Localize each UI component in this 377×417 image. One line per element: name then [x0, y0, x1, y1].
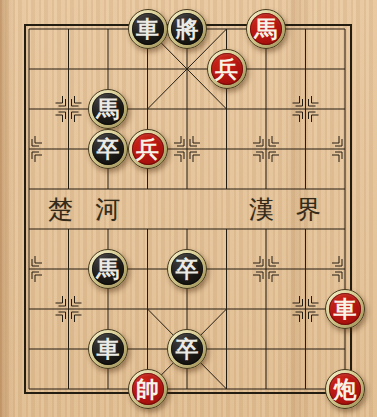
piece-glyph: 車 — [92, 333, 124, 365]
piece-black-soldier[interactable]: 卒 — [88, 129, 128, 169]
piece-black-soldier[interactable]: 卒 — [167, 329, 207, 369]
piece-black-chariot[interactable]: 車 — [88, 329, 128, 369]
piece-glyph: 卒 — [92, 133, 124, 165]
piece-glyph: 車 — [329, 293, 361, 325]
piece-red-soldier[interactable]: 兵 — [207, 49, 247, 89]
xiangqi-board: 楚 河 漢 界 車將馬兵馬卒兵馬卒車車卒帥炮 — [0, 0, 377, 417]
piece-glyph: 炮 — [329, 373, 361, 405]
piece-black-horse[interactable]: 馬 — [88, 89, 128, 129]
piece-glyph: 車 — [132, 13, 164, 45]
piece-glyph: 兵 — [211, 53, 243, 85]
piece-glyph: 馬 — [92, 93, 124, 125]
piece-black-general[interactable]: 將 — [167, 9, 207, 49]
piece-red-general[interactable]: 帥 — [128, 369, 168, 409]
piece-red-cannon[interactable]: 炮 — [325, 369, 365, 409]
piece-black-horse[interactable]: 馬 — [88, 249, 128, 289]
piece-red-horse[interactable]: 馬 — [246, 9, 286, 49]
piece-red-chariot[interactable]: 車 — [325, 289, 365, 329]
piece-glyph: 馬 — [92, 253, 124, 285]
piece-glyph: 馬 — [250, 13, 282, 45]
piece-glyph: 將 — [171, 13, 203, 45]
piece-glyph: 卒 — [171, 333, 203, 365]
piece-glyph: 帥 — [132, 373, 164, 405]
piece-glyph: 卒 — [171, 253, 203, 285]
piece-glyph: 兵 — [132, 133, 164, 165]
pieces-layer: 車將馬兵馬卒兵馬卒車車卒帥炮 — [9, 9, 365, 409]
piece-black-soldier[interactable]: 卒 — [167, 249, 207, 289]
piece-black-chariot[interactable]: 車 — [128, 9, 168, 49]
piece-red-soldier[interactable]: 兵 — [128, 129, 168, 169]
